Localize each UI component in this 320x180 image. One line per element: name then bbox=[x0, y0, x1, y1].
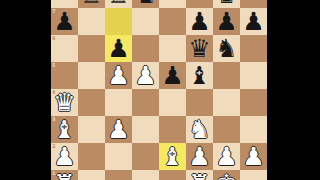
piece-white-pawn[interactable]: ♟ bbox=[105, 62, 132, 89]
piece-white-pawn[interactable]: ♟ bbox=[240, 143, 267, 170]
piece-white-pawn[interactable]: ♟ bbox=[213, 143, 240, 170]
piece-black-pawn[interactable]: ♟ bbox=[159, 62, 186, 89]
square-g7[interactable]: ♟ bbox=[213, 8, 240, 35]
square-a5[interactable]: 5 bbox=[51, 62, 78, 89]
square-b1[interactable] bbox=[78, 170, 105, 180]
piece-black-king[interactable]: ♚ bbox=[213, 0, 240, 8]
square-c5[interactable]: ♟ bbox=[105, 62, 132, 89]
square-e1[interactable] bbox=[159, 170, 186, 180]
piece-black-pawn[interactable]: ♟ bbox=[213, 8, 240, 35]
square-e7[interactable] bbox=[159, 8, 186, 35]
square-a8[interactable] bbox=[51, 0, 78, 8]
square-f2[interactable]: ♟ bbox=[186, 143, 213, 170]
square-h4[interactable] bbox=[240, 89, 267, 116]
square-b2[interactable] bbox=[78, 143, 105, 170]
square-f1[interactable]: ♜ bbox=[186, 170, 213, 180]
rank-label-4: 4 bbox=[52, 89, 55, 95]
square-d3[interactable] bbox=[132, 116, 159, 143]
board-grid: ♜♜♞♚7♟♟♟♟6♟♛♞5♟♟♟♝4♛3♝♟♞2♟♝♟♟♟1♜♜♚ bbox=[51, 0, 267, 180]
square-h8[interactable] bbox=[240, 0, 267, 8]
rank-label-7: 7 bbox=[52, 8, 55, 14]
rank-label-2: 2 bbox=[52, 143, 55, 149]
square-b4[interactable] bbox=[78, 89, 105, 116]
square-f5[interactable]: ♝ bbox=[186, 62, 213, 89]
rank-label-5: 5 bbox=[52, 62, 55, 68]
square-a7[interactable]: 7♟ bbox=[51, 8, 78, 35]
square-a3[interactable]: 3♝ bbox=[51, 116, 78, 143]
square-h3[interactable] bbox=[240, 116, 267, 143]
square-f8[interactable] bbox=[186, 0, 213, 8]
square-d1[interactable] bbox=[132, 170, 159, 180]
piece-white-king[interactable]: ♚ bbox=[213, 170, 240, 180]
square-b8[interactable]: ♜ bbox=[78, 0, 105, 8]
square-h6[interactable] bbox=[240, 35, 267, 62]
square-e3[interactable] bbox=[159, 116, 186, 143]
square-c6[interactable]: ♟ bbox=[105, 35, 132, 62]
square-f4[interactable] bbox=[186, 89, 213, 116]
chess-board: ♜♜♞♚7♟♟♟♟6♟♛♞5♟♟♟♝4♛3♝♟♞2♟♝♟♟♟1♜♜♚ bbox=[51, 0, 267, 180]
square-f6[interactable]: ♛ bbox=[186, 35, 213, 62]
piece-white-knight[interactable]: ♞ bbox=[186, 116, 213, 143]
square-g6[interactable]: ♞ bbox=[213, 35, 240, 62]
square-c1[interactable] bbox=[105, 170, 132, 180]
square-g2[interactable]: ♟ bbox=[213, 143, 240, 170]
rank-label-3: 3 bbox=[52, 116, 55, 122]
square-d8[interactable]: ♞ bbox=[132, 0, 159, 8]
piece-black-queen[interactable]: ♛ bbox=[186, 35, 213, 62]
square-b5[interactable] bbox=[78, 62, 105, 89]
square-g4[interactable] bbox=[213, 89, 240, 116]
video-frame: ♜♜♞♚7♟♟♟♟6♟♛♞5♟♟♟♝4♛3♝♟♞2♟♝♟♟♟1♜♜♚ bbox=[0, 0, 320, 180]
piece-white-pawn[interactable]: ♟ bbox=[105, 116, 132, 143]
square-c3[interactable]: ♟ bbox=[105, 116, 132, 143]
square-g3[interactable] bbox=[213, 116, 240, 143]
square-g1[interactable]: ♚ bbox=[213, 170, 240, 180]
square-g5[interactable] bbox=[213, 62, 240, 89]
square-d6[interactable] bbox=[132, 35, 159, 62]
square-d2[interactable] bbox=[132, 143, 159, 170]
piece-black-pawn[interactable]: ♟ bbox=[186, 8, 213, 35]
square-e6[interactable] bbox=[159, 35, 186, 62]
rank-label-1: 1 bbox=[52, 170, 55, 176]
piece-black-rook[interactable]: ♜ bbox=[105, 0, 132, 8]
square-c4[interactable] bbox=[105, 89, 132, 116]
rank-label-6: 6 bbox=[52, 35, 55, 41]
square-f3[interactable]: ♞ bbox=[186, 116, 213, 143]
piece-black-rook[interactable]: ♜ bbox=[78, 0, 105, 8]
square-e5[interactable]: ♟ bbox=[159, 62, 186, 89]
square-d4[interactable] bbox=[132, 89, 159, 116]
piece-white-bishop[interactable]: ♝ bbox=[159, 143, 186, 170]
square-e8[interactable] bbox=[159, 0, 186, 8]
square-a6[interactable]: 6 bbox=[51, 35, 78, 62]
square-d7[interactable] bbox=[132, 8, 159, 35]
square-g8[interactable]: ♚ bbox=[213, 0, 240, 8]
square-f7[interactable]: ♟ bbox=[186, 8, 213, 35]
piece-white-rook[interactable]: ♜ bbox=[186, 170, 213, 180]
piece-white-pawn[interactable]: ♟ bbox=[132, 62, 159, 89]
piece-black-pawn[interactable]: ♟ bbox=[105, 35, 132, 62]
square-a4[interactable]: 4♛ bbox=[51, 89, 78, 116]
square-c8[interactable]: ♜ bbox=[105, 0, 132, 8]
piece-black-pawn[interactable]: ♟ bbox=[240, 8, 267, 35]
square-h5[interactable] bbox=[240, 62, 267, 89]
square-b7[interactable] bbox=[78, 8, 105, 35]
square-a2[interactable]: 2♟ bbox=[51, 143, 78, 170]
square-b6[interactable] bbox=[78, 35, 105, 62]
square-e4[interactable] bbox=[159, 89, 186, 116]
square-c7[interactable] bbox=[105, 8, 132, 35]
square-e2[interactable]: ♝ bbox=[159, 143, 186, 170]
piece-black-knight[interactable]: ♞ bbox=[132, 0, 159, 8]
square-d5[interactable]: ♟ bbox=[132, 62, 159, 89]
piece-black-knight[interactable]: ♞ bbox=[213, 35, 240, 62]
square-h1[interactable] bbox=[240, 170, 267, 180]
square-h2[interactable]: ♟ bbox=[240, 143, 267, 170]
square-b3[interactable] bbox=[78, 116, 105, 143]
piece-black-bishop[interactable]: ♝ bbox=[186, 62, 213, 89]
square-a1[interactable]: 1♜ bbox=[51, 170, 78, 180]
square-h7[interactable]: ♟ bbox=[240, 8, 267, 35]
piece-white-pawn[interactable]: ♟ bbox=[186, 143, 213, 170]
square-c2[interactable] bbox=[105, 143, 132, 170]
